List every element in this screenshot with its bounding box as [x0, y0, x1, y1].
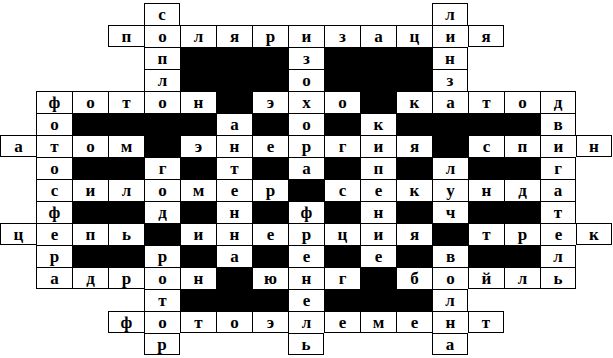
block-cell — [360, 69, 396, 91]
block-cell — [396, 289, 432, 311]
letter-cell[interactable]: о — [144, 311, 180, 333]
letter-cell[interactable]: н — [288, 267, 324, 289]
letter-cell[interactable]: а — [216, 113, 252, 135]
letter-cell[interactable]: и — [72, 179, 108, 201]
block-cell — [72, 201, 108, 223]
letter-cell[interactable]: р — [288, 135, 324, 157]
block-cell — [144, 223, 180, 245]
letter-cell[interactable]: л — [504, 267, 540, 289]
letter-cell[interactable]: н — [432, 47, 468, 69]
letter-cell[interactable]: я — [468, 25, 504, 47]
letter-cell[interactable]: н — [180, 91, 216, 113]
block-cell — [432, 223, 468, 245]
block-cell — [108, 201, 144, 223]
block-cell — [396, 201, 432, 223]
block-cell — [504, 113, 540, 135]
letter-cell[interactable]: ч — [432, 201, 468, 223]
letter-cell[interactable]: а — [540, 179, 576, 201]
block-cell — [396, 47, 432, 69]
block-cell — [180, 201, 216, 223]
block-cell — [396, 245, 432, 267]
block-cell — [252, 113, 288, 135]
letter-cell[interactable]: э — [180, 135, 216, 157]
letter-cell[interactable]: н — [180, 267, 216, 289]
letter-cell[interactable]: о — [216, 311, 252, 333]
letter-cell[interactable]: ц — [396, 25, 432, 47]
letter-cell[interactable]: н — [432, 311, 468, 333]
letter-cell[interactable]: и — [288, 25, 324, 47]
letter-cell[interactable]: м — [108, 135, 144, 157]
letter-cell[interactable]: с — [36, 179, 72, 201]
letter-cell[interactable]: ф — [108, 311, 144, 333]
letter-cell[interactable]: а — [36, 267, 72, 289]
block-cell — [108, 245, 144, 267]
letter-cell[interactable]: э — [252, 311, 288, 333]
block-cell — [468, 245, 504, 267]
block-cell — [180, 69, 216, 91]
letter-cell[interactable]: г — [324, 135, 360, 157]
letter-cell[interactable]: с — [144, 3, 180, 25]
letter-cell[interactable]: н — [468, 179, 504, 201]
block-cell — [72, 113, 108, 135]
letter-cell[interactable]: а — [432, 333, 468, 355]
block-cell — [144, 135, 180, 157]
letter-cell[interactable]: ц — [324, 223, 360, 245]
block-cell — [324, 47, 360, 69]
letter-cell[interactable]: о — [144, 179, 180, 201]
letter-cell[interactable]: в — [432, 245, 468, 267]
letter-cell[interactable]: е — [252, 223, 288, 245]
letter-cell[interactable]: н — [576, 135, 612, 157]
letter-cell[interactable]: а — [288, 157, 324, 179]
letter-cell[interactable]: т — [468, 91, 504, 113]
letter-cell[interactable]: е — [360, 179, 396, 201]
letter-cell[interactable]: п — [360, 157, 396, 179]
letter-cell[interactable]: р — [288, 223, 324, 245]
block-cell — [144, 113, 180, 135]
letter-cell[interactable]: ф — [288, 201, 324, 223]
letter-cell[interactable]: р — [144, 333, 180, 355]
letter-cell[interactable]: о — [504, 91, 540, 113]
letter-cell[interactable]: х — [288, 91, 324, 113]
letter-cell[interactable]: г — [324, 267, 360, 289]
block-cell — [468, 201, 504, 223]
block-cell — [180, 157, 216, 179]
block-cell — [360, 91, 396, 113]
letter-cell[interactable]: ь — [288, 333, 324, 355]
block-cell — [216, 289, 252, 311]
letter-cell[interactable]: д — [540, 91, 576, 113]
letter-cell[interactable]: з — [324, 25, 360, 47]
letter-cell[interactable]: о — [72, 91, 108, 113]
block-cell — [324, 113, 360, 135]
block-cell — [324, 201, 360, 223]
block-cell — [324, 245, 360, 267]
letter-cell[interactable]: т — [36, 135, 72, 157]
letter-cell[interactable]: и — [540, 135, 576, 157]
block-cell — [180, 113, 216, 135]
letter-cell[interactable]: л — [432, 3, 468, 25]
block-cell — [180, 245, 216, 267]
block-cell — [180, 47, 216, 69]
letter-cell[interactable]: л — [432, 157, 468, 179]
letter-cell[interactable]: с — [468, 135, 504, 157]
letter-cell[interactable]: н — [216, 223, 252, 245]
letter-cell[interactable]: а — [360, 25, 396, 47]
letter-cell[interactable]: о — [144, 25, 180, 47]
letter-cell[interactable]: ь — [108, 223, 144, 245]
letter-cell[interactable]: е — [36, 223, 72, 245]
letter-cell[interactable]: е — [396, 311, 432, 333]
letter-cell[interactable]: у — [432, 179, 468, 201]
letter-cell[interactable]: п — [504, 135, 540, 157]
block-cell — [108, 157, 144, 179]
letter-cell[interactable]: з — [288, 47, 324, 69]
letter-cell[interactable]: р — [504, 223, 540, 245]
letter-cell[interactable]: е — [540, 223, 576, 245]
letter-cell[interactable]: о — [144, 91, 180, 113]
letter-cell[interactable]: п — [108, 25, 144, 47]
block-cell — [216, 91, 252, 113]
letter-cell[interactable]: е — [288, 289, 324, 311]
block-cell — [324, 289, 360, 311]
letter-cell[interactable]: о — [72, 135, 108, 157]
letter-cell[interactable]: о — [288, 69, 324, 91]
block-cell — [252, 245, 288, 267]
letter-cell[interactable]: т — [108, 91, 144, 113]
block-cell — [468, 157, 504, 179]
block-cell — [396, 113, 432, 135]
block-cell — [360, 47, 396, 69]
letter-cell[interactable]: я — [396, 135, 432, 157]
letter-cell[interactable]: т — [468, 223, 504, 245]
letter-cell[interactable]: а — [0, 135, 36, 157]
block-cell — [216, 47, 252, 69]
block-cell — [396, 157, 432, 179]
letter-cell[interactable]: д — [72, 267, 108, 289]
block-cell — [396, 69, 432, 91]
letter-cell[interactable]: е — [324, 311, 360, 333]
letter-cell[interactable]: э — [252, 91, 288, 113]
letter-cell[interactable]: п — [144, 47, 180, 69]
letter-cell[interactable]: я — [396, 223, 432, 245]
letter-cell[interactable]: ь — [540, 267, 576, 289]
letter-cell[interactable]: к — [360, 113, 396, 135]
block-cell — [504, 201, 540, 223]
letter-cell[interactable]: н — [216, 135, 252, 157]
letter-cell[interactable]: д — [504, 179, 540, 201]
letter-cell[interactable]: р — [108, 267, 144, 289]
block-cell — [252, 157, 288, 179]
letter-cell[interactable]: о — [432, 267, 468, 289]
letter-cell[interactable]: м — [180, 179, 216, 201]
block-cell — [288, 179, 324, 201]
block-cell — [72, 245, 108, 267]
letter-cell[interactable]: ф — [36, 201, 72, 223]
letter-cell[interactable]: к — [396, 179, 432, 201]
letter-cell[interactable]: к — [396, 91, 432, 113]
crossword-board: слполяризацияпзнлозфотонэхокатодоаоквато… — [0, 3, 612, 355]
letter-cell[interactable]: е — [216, 179, 252, 201]
letter-cell[interactable]: н — [360, 201, 396, 223]
letter-cell[interactable]: е — [360, 245, 396, 267]
letter-cell[interactable]: а — [432, 91, 468, 113]
letter-cell[interactable]: о — [324, 91, 360, 113]
block-cell — [324, 69, 360, 91]
block-cell — [180, 289, 216, 311]
letter-cell[interactable]: о — [36, 157, 72, 179]
letter-cell[interactable]: г — [144, 157, 180, 179]
letter-cell[interactable]: о — [288, 113, 324, 135]
letter-cell[interactable]: т — [468, 311, 504, 333]
letter-cell[interactable]: е — [288, 245, 324, 267]
letter-cell[interactable]: д — [144, 201, 180, 223]
block-cell — [252, 69, 288, 91]
block-cell — [216, 69, 252, 91]
block-cell — [504, 245, 540, 267]
letter-cell[interactable]: с — [324, 179, 360, 201]
letter-cell[interactable]: ю — [252, 267, 288, 289]
letter-cell[interactable]: м — [360, 311, 396, 333]
crossword-page: слполяризацияпзнлозфотонэхокатодоаоквато… — [0, 0, 613, 358]
letter-cell[interactable]: р — [252, 179, 288, 201]
block-cell — [252, 289, 288, 311]
letter-cell[interactable]: к — [576, 223, 612, 245]
letter-cell[interactable]: я — [216, 25, 252, 47]
letter-cell[interactable]: и — [432, 25, 468, 47]
letter-cell[interactable]: т — [180, 311, 216, 333]
block-cell — [432, 113, 468, 135]
letter-cell[interactable]: р — [144, 245, 180, 267]
letter-cell[interactable]: о — [36, 113, 72, 135]
letter-cell[interactable]: в — [540, 113, 576, 135]
letter-cell[interactable]: р — [36, 245, 72, 267]
letter-cell[interactable]: е — [252, 135, 288, 157]
block-cell — [468, 113, 504, 135]
block-cell — [72, 157, 108, 179]
block-cell — [216, 267, 252, 289]
block-cell — [108, 113, 144, 135]
block-cell — [360, 267, 396, 289]
letter-cell[interactable]: л — [144, 69, 180, 91]
letter-cell[interactable]: н — [216, 201, 252, 223]
letter-cell[interactable]: п — [72, 223, 108, 245]
letter-cell[interactable]: й — [468, 267, 504, 289]
block-cell — [252, 47, 288, 69]
letter-cell[interactable]: р — [252, 25, 288, 47]
letter-cell[interactable]: и — [360, 223, 396, 245]
letter-cell[interactable]: т — [540, 201, 576, 223]
letter-cell[interactable]: з — [432, 69, 468, 91]
block-cell — [360, 289, 396, 311]
letter-cell[interactable]: л — [288, 311, 324, 333]
letter-cell[interactable]: г — [540, 157, 576, 179]
block-cell — [252, 201, 288, 223]
letter-cell[interactable]: ф — [36, 91, 72, 113]
letter-cell[interactable]: т — [216, 157, 252, 179]
block-cell — [324, 157, 360, 179]
block-cell — [504, 157, 540, 179]
letter-cell[interactable]: о — [144, 267, 180, 289]
letter-cell[interactable]: и — [360, 135, 396, 157]
letter-cell[interactable]: т — [144, 289, 180, 311]
letter-cell[interactable]: ц — [0, 223, 36, 245]
letter-cell[interactable]: и — [180, 223, 216, 245]
letter-cell[interactable]: л — [180, 25, 216, 47]
letter-cell[interactable]: л — [432, 289, 468, 311]
letter-cell[interactable]: л — [108, 179, 144, 201]
block-cell — [432, 135, 468, 157]
letter-cell[interactable]: а — [216, 245, 252, 267]
letter-cell[interactable]: б — [396, 267, 432, 289]
letter-cell[interactable]: л — [540, 245, 576, 267]
